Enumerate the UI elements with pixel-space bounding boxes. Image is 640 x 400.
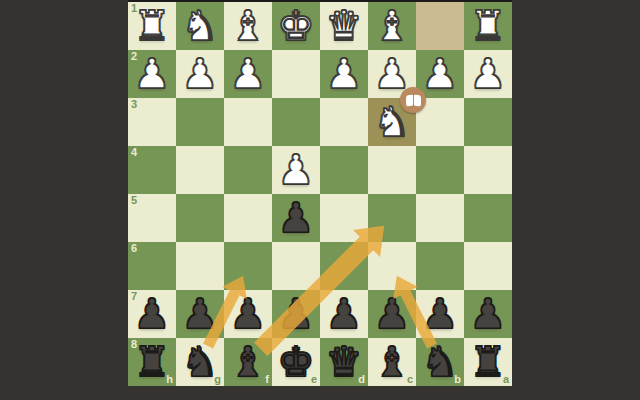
square-h2[interactable]: 2♟ [128, 50, 176, 98]
square-b5[interactable] [416, 194, 464, 242]
square-a6[interactable] [464, 242, 512, 290]
piece-black-knight[interactable]: ♞ [176, 338, 224, 386]
square-h7[interactable]: 7♟ [128, 290, 176, 338]
piece-black-pawn[interactable]: ♟ [128, 290, 176, 338]
rank-label-6: 6 [131, 243, 137, 254]
piece-black-pawn[interactable]: ♟ [416, 290, 464, 338]
piece-black-pawn[interactable]: ♟ [368, 290, 416, 338]
square-d8[interactable]: d♛ [320, 338, 368, 386]
square-c8[interactable]: c♝ [368, 338, 416, 386]
square-a3[interactable] [464, 98, 512, 146]
square-f2[interactable]: ♟ [224, 50, 272, 98]
square-a7[interactable]: ♟ [464, 290, 512, 338]
square-f7[interactable]: ♟ [224, 290, 272, 338]
square-g8[interactable]: g♞ [176, 338, 224, 386]
square-h5[interactable]: 5 [128, 194, 176, 242]
square-c6[interactable] [368, 242, 416, 290]
square-a2[interactable]: ♟ [464, 50, 512, 98]
square-g2[interactable]: ♟ [176, 50, 224, 98]
square-d3[interactable] [320, 98, 368, 146]
piece-black-pawn[interactable]: ♟ [272, 194, 320, 242]
piece-black-rook[interactable]: ♜ [464, 338, 512, 386]
square-e7[interactable]: ♟ [272, 290, 320, 338]
piece-white-knight[interactable]: ♞ [176, 2, 224, 50]
piece-black-pawn[interactable]: ♟ [320, 290, 368, 338]
square-a4[interactable] [464, 146, 512, 194]
square-g3[interactable] [176, 98, 224, 146]
square-g6[interactable] [176, 242, 224, 290]
rank-label-3: 3 [131, 99, 137, 110]
piece-black-king[interactable]: ♚ [272, 338, 320, 386]
square-h4[interactable]: 4 [128, 146, 176, 194]
piece-black-rook[interactable]: ♜ [128, 338, 176, 386]
square-g7[interactable]: ♟ [176, 290, 224, 338]
square-b2[interactable]: ♟ [416, 50, 464, 98]
chess-board-container: 1♜♞♝♚♛♝♜2♟♟♟♟♟♟♟3♞4♟5♟67♟♟♟♟♟♟♟♟8h♜g♞f♝e… [128, 0, 512, 386]
square-b7[interactable]: ♟ [416, 290, 464, 338]
piece-white-pawn[interactable]: ♟ [416, 50, 464, 98]
square-c5[interactable] [368, 194, 416, 242]
piece-white-queen[interactable]: ♛ [320, 2, 368, 50]
square-h8[interactable]: 8h♜ [128, 338, 176, 386]
square-e4[interactable]: ♟ [272, 146, 320, 194]
piece-white-bishop[interactable]: ♝ [368, 2, 416, 50]
piece-white-king[interactable]: ♚ [272, 2, 320, 50]
piece-black-pawn[interactable]: ♟ [272, 290, 320, 338]
piece-black-queen[interactable]: ♛ [320, 338, 368, 386]
square-e1[interactable]: ♚ [272, 2, 320, 50]
square-d6[interactable] [320, 242, 368, 290]
book-pages-icon [406, 95, 421, 106]
piece-black-knight[interactable]: ♞ [416, 338, 464, 386]
rank-label-4: 4 [131, 147, 137, 158]
square-f4[interactable] [224, 146, 272, 194]
square-d4[interactable] [320, 146, 368, 194]
square-d2[interactable]: ♟ [320, 50, 368, 98]
square-g1[interactable]: ♞ [176, 2, 224, 50]
piece-white-rook[interactable]: ♜ [464, 2, 512, 50]
square-f8[interactable]: f♝ [224, 338, 272, 386]
square-e6[interactable] [272, 242, 320, 290]
square-d1[interactable]: ♛ [320, 2, 368, 50]
square-f5[interactable] [224, 194, 272, 242]
square-c7[interactable]: ♟ [368, 290, 416, 338]
piece-white-pawn[interactable]: ♟ [128, 50, 176, 98]
square-d5[interactable] [320, 194, 368, 242]
square-a1[interactable]: ♜ [464, 2, 512, 50]
square-b4[interactable] [416, 146, 464, 194]
square-e5[interactable]: ♟ [272, 194, 320, 242]
square-f3[interactable] [224, 98, 272, 146]
square-h6[interactable]: 6 [128, 242, 176, 290]
piece-black-pawn[interactable]: ♟ [176, 290, 224, 338]
square-c4[interactable] [368, 146, 416, 194]
piece-black-pawn[interactable]: ♟ [464, 290, 512, 338]
square-b8[interactable]: b♞ [416, 338, 464, 386]
page-background: 1♜♞♝♚♛♝♜2♟♟♟♟♟♟♟3♞4♟5♟67♟♟♟♟♟♟♟♟8h♜g♞f♝e… [0, 0, 640, 400]
square-d7[interactable]: ♟ [320, 290, 368, 338]
square-h1[interactable]: 1♜ [128, 2, 176, 50]
square-e3[interactable] [272, 98, 320, 146]
square-g4[interactable] [176, 146, 224, 194]
piece-white-pawn[interactable]: ♟ [224, 50, 272, 98]
square-f1[interactable]: ♝ [224, 2, 272, 50]
square-e8[interactable]: e♚ [272, 338, 320, 386]
piece-black-pawn[interactable]: ♟ [224, 290, 272, 338]
rank-label-5: 5 [131, 195, 137, 206]
square-f6[interactable] [224, 242, 272, 290]
piece-black-bishop[interactable]: ♝ [224, 338, 272, 386]
piece-white-bishop[interactable]: ♝ [224, 2, 272, 50]
book-icon [400, 87, 426, 113]
square-a8[interactable]: a♜ [464, 338, 512, 386]
piece-white-pawn[interactable]: ♟ [176, 50, 224, 98]
piece-white-pawn[interactable]: ♟ [320, 50, 368, 98]
square-h3[interactable]: 3 [128, 98, 176, 146]
square-c1[interactable]: ♝ [368, 2, 416, 50]
square-b6[interactable] [416, 242, 464, 290]
square-b1[interactable] [416, 2, 464, 50]
piece-white-pawn[interactable]: ♟ [272, 146, 320, 194]
square-e2[interactable] [272, 50, 320, 98]
chess-board[interactable]: 1♜♞♝♚♛♝♜2♟♟♟♟♟♟♟3♞4♟5♟67♟♟♟♟♟♟♟♟8h♜g♞f♝e… [128, 2, 512, 386]
piece-black-bishop[interactable]: ♝ [368, 338, 416, 386]
square-a5[interactable] [464, 194, 512, 242]
square-g5[interactable] [176, 194, 224, 242]
piece-white-rook[interactable]: ♜ [128, 2, 176, 50]
piece-white-pawn[interactable]: ♟ [464, 50, 512, 98]
